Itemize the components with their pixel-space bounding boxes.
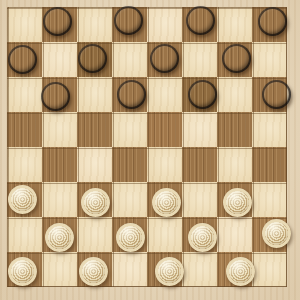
square-r3c1[interactable] (7, 77, 42, 112)
square-r2c6[interactable] (182, 42, 217, 77)
square-r2c7[interactable] (217, 42, 252, 77)
white-piece[interactable] (188, 223, 217, 252)
square-r8c6[interactable] (182, 252, 217, 287)
black-piece[interactable] (43, 7, 72, 36)
white-piece[interactable] (155, 257, 184, 286)
black-piece[interactable] (262, 80, 291, 109)
white-piece[interactable] (79, 257, 108, 286)
square-r5c7[interactable] (217, 147, 252, 182)
square-r5c8[interactable] (252, 147, 287, 182)
square-r8c4[interactable] (112, 252, 147, 287)
square-r4c7[interactable] (217, 112, 252, 147)
square-r4c2[interactable] (42, 112, 77, 147)
black-piece[interactable] (188, 80, 217, 109)
square-r8c5[interactable] (147, 252, 182, 287)
square-r3c3[interactable] (77, 77, 112, 112)
square-r5c1[interactable] (7, 147, 42, 182)
square-r2c8[interactable] (252, 42, 287, 77)
square-r8c8[interactable] (252, 252, 287, 287)
square-r5c5[interactable] (147, 147, 182, 182)
black-piece[interactable] (41, 82, 70, 111)
square-r6c6[interactable] (182, 182, 217, 217)
square-r1c5[interactable] (147, 7, 182, 42)
black-piece[interactable] (150, 44, 179, 73)
square-r3c2[interactable] (42, 77, 77, 112)
white-piece[interactable] (262, 219, 291, 248)
black-piece[interactable] (78, 44, 107, 73)
square-r1c4[interactable] (112, 7, 147, 42)
square-r8c2[interactable] (42, 252, 77, 287)
square-r4c4[interactable] (112, 112, 147, 147)
square-r6c7[interactable] (217, 182, 252, 217)
square-r6c5[interactable] (147, 182, 182, 217)
square-r2c4[interactable] (112, 42, 147, 77)
square-r3c4[interactable] (112, 77, 147, 112)
square-r6c4[interactable] (112, 182, 147, 217)
square-r7c4[interactable] (112, 217, 147, 252)
square-r3c8[interactable] (252, 77, 287, 112)
square-r6c1[interactable] (7, 182, 42, 217)
square-r6c2[interactable] (42, 182, 77, 217)
black-piece[interactable] (117, 80, 146, 109)
square-r4c1[interactable] (7, 112, 42, 147)
square-r5c6[interactable] (182, 147, 217, 182)
square-r7c1[interactable] (7, 217, 42, 252)
square-r7c3[interactable] (77, 217, 112, 252)
square-r1c1[interactable] (7, 7, 42, 42)
black-piece[interactable] (222, 44, 251, 73)
square-r7c7[interactable] (217, 217, 252, 252)
square-r5c4[interactable] (112, 147, 147, 182)
square-r3c6[interactable] (182, 77, 217, 112)
square-r8c3[interactable] (77, 252, 112, 287)
square-r7c8[interactable] (252, 217, 287, 252)
white-piece[interactable] (81, 188, 110, 217)
square-r1c7[interactable] (217, 7, 252, 42)
black-piece[interactable] (114, 6, 143, 35)
board-grid (7, 7, 287, 287)
white-piece[interactable] (152, 188, 181, 217)
checkers-board-photo (0, 0, 300, 300)
white-piece[interactable] (226, 257, 255, 286)
square-r8c1[interactable] (7, 252, 42, 287)
square-r6c8[interactable] (252, 182, 287, 217)
square-r2c2[interactable] (42, 42, 77, 77)
square-r3c5[interactable] (147, 77, 182, 112)
white-piece[interactable] (223, 188, 252, 217)
square-r7c6[interactable] (182, 217, 217, 252)
white-piece[interactable] (8, 257, 37, 286)
square-r1c6[interactable] (182, 7, 217, 42)
white-piece[interactable] (116, 223, 145, 252)
black-piece[interactable] (8, 45, 37, 74)
square-r1c3[interactable] (77, 7, 112, 42)
square-r4c3[interactable] (77, 112, 112, 147)
square-r6c3[interactable] (77, 182, 112, 217)
square-r2c1[interactable] (7, 42, 42, 77)
square-r7c5[interactable] (147, 217, 182, 252)
black-piece[interactable] (186, 6, 215, 35)
square-r8c7[interactable] (217, 252, 252, 287)
square-r3c7[interactable] (217, 77, 252, 112)
square-r1c8[interactable] (252, 7, 287, 42)
black-piece[interactable] (258, 7, 287, 36)
square-r4c6[interactable] (182, 112, 217, 147)
square-r5c2[interactable] (42, 147, 77, 182)
square-r5c3[interactable] (77, 147, 112, 182)
square-r4c8[interactable] (252, 112, 287, 147)
square-r2c3[interactable] (77, 42, 112, 77)
white-piece[interactable] (45, 223, 74, 252)
white-piece[interactable] (8, 185, 37, 214)
square-r7c2[interactable] (42, 217, 77, 252)
square-r2c5[interactable] (147, 42, 182, 77)
square-r1c2[interactable] (42, 7, 77, 42)
square-r4c5[interactable] (147, 112, 182, 147)
